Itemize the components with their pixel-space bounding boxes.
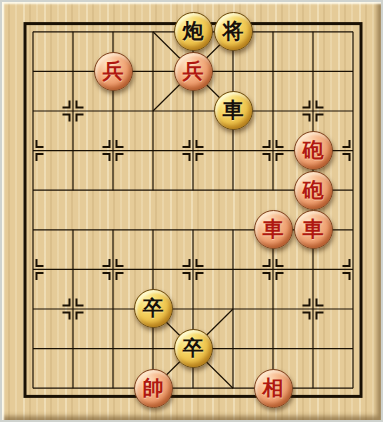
piece-red-chariot[interactable]: 車 <box>294 210 333 249</box>
piece-red-chariot[interactable]: 車 <box>254 210 293 249</box>
piece-red-general[interactable]: 帥 <box>134 369 173 408</box>
piece-black-soldier[interactable]: 卒 <box>134 289 173 328</box>
piece-black-chariot[interactable]: 車 <box>214 91 253 130</box>
piece-red-cannon[interactable]: 砲 <box>294 131 333 170</box>
piece-black-cannon[interactable]: 炮 <box>174 12 213 51</box>
pieces-grid: 炮将兵兵車砲砲車車卒卒帥相 <box>13 12 373 408</box>
xiangqi-board[interactable]: 炮将兵兵車砲砲車車卒卒帥相 <box>2 2 381 420</box>
piece-black-soldier[interactable]: 卒 <box>174 329 213 368</box>
piece-red-soldier[interactable]: 兵 <box>94 52 133 91</box>
piece-black-general[interactable]: 将 <box>214 12 253 51</box>
piece-red-elephant[interactable]: 相 <box>254 369 293 408</box>
piece-red-soldier[interactable]: 兵 <box>174 52 213 91</box>
board-panel: 炮将兵兵車砲砲車車卒卒帥相 <box>0 0 383 422</box>
piece-red-cannon[interactable]: 砲 <box>294 171 333 210</box>
